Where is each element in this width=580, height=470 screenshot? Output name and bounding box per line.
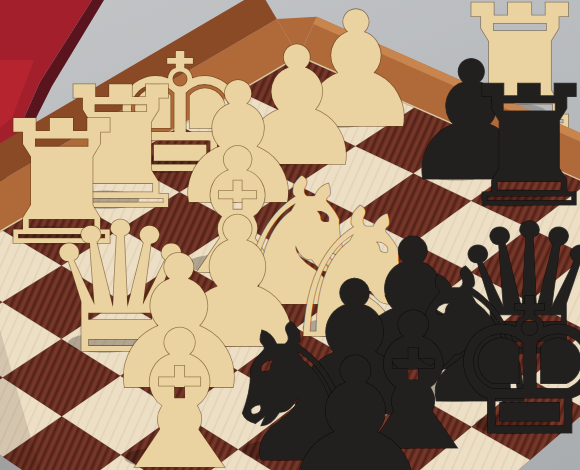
piece-black-pawn-f7[interactable]: ♟ <box>269 317 442 470</box>
piece-white-bishop-g5[interactable]: ♝ <box>94 290 265 470</box>
chess-photo-scene: ♜♟♟♚♟♟♜♜♜♝♞♞♟♛♛♟♟♞♟♚♝♞♝♟ <box>0 0 580 470</box>
chess-board-photo: ♜♟♟♚♟♟♜♜♜♝♞♞♟♛♛♟♟♞♟♚♝♞♝♟ <box>0 0 580 470</box>
